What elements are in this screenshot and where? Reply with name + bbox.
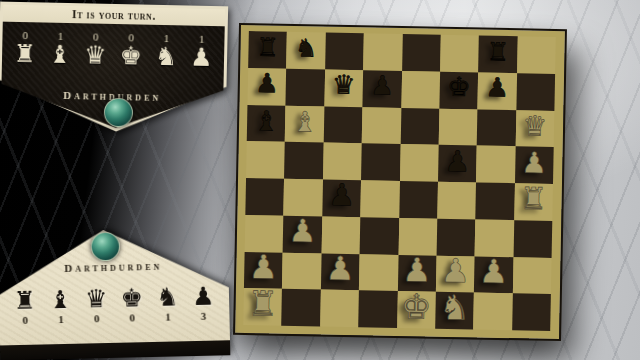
queen-icon: ♛	[85, 286, 108, 313]
square-a8[interactable]: ♜	[248, 31, 287, 68]
captured-pawn-indicator: ♟3	[188, 283, 219, 322]
square-g4[interactable]	[476, 182, 515, 219]
square-e3[interactable]	[398, 218, 437, 255]
black-pawn-d7[interactable]: ♟	[363, 73, 402, 100]
square-g5[interactable]	[476, 146, 515, 183]
square-c4[interactable]: ♟	[322, 180, 361, 217]
white-king-e1[interactable]: ♚	[397, 290, 436, 325]
knight-icon: ♞	[155, 44, 178, 70]
player-panel: Darthdurden ♜0♝1♛0♚0♞1♟3	[0, 227, 230, 360]
queen-icon: ♛	[84, 42, 107, 68]
captured-rook-count: 0	[22, 314, 28, 326]
square-f7[interactable]: ♚	[439, 71, 478, 108]
square-f4[interactable]	[437, 182, 476, 219]
square-b4[interactable]	[284, 179, 323, 216]
board-grid: ♜♞♜♟♛♟♚♟♝♝♛♟♟♟♜♟♟♟♟♟♟♜♚♞	[243, 31, 556, 331]
square-a6[interactable]: ♝	[247, 105, 286, 142]
captured-pawn-indicator: 1♟	[186, 32, 217, 71]
black-queen-c7[interactable]: ♛	[324, 72, 363, 99]
square-a4[interactable]	[245, 178, 284, 215]
rook-icon: ♜	[13, 288, 36, 315]
square-b5[interactable]	[284, 142, 323, 179]
king-icon: ♚	[120, 285, 143, 312]
captured-bishop-count: 1	[58, 313, 64, 325]
square-d5[interactable]	[361, 144, 400, 181]
white-rook-h4[interactable]: ♜	[514, 184, 553, 215]
square-h2[interactable]	[513, 257, 552, 294]
square-g3[interactable]	[475, 219, 514, 256]
captured-knight-indicator: ♞1	[152, 284, 183, 323]
white-pawn-h5[interactable]: ♟	[515, 148, 554, 178]
pawn-icon: ♟	[190, 45, 213, 71]
white-knight-f1[interactable]: ♞	[435, 291, 474, 326]
square-g2[interactable]: ♟	[474, 256, 513, 293]
square-h5[interactable]: ♟	[515, 146, 554, 183]
square-b6[interactable]: ♝	[285, 105, 324, 142]
captured-king-indicator: 0♚	[115, 31, 146, 70]
square-f6[interactable]	[439, 108, 478, 145]
square-b2[interactable]	[282, 252, 321, 289]
square-e4[interactable]	[399, 181, 438, 218]
captured-knight-indicator: 1♞	[151, 32, 182, 71]
captured-king-count: 0	[129, 311, 135, 323]
square-h3[interactable]	[513, 220, 552, 257]
black-pawn-f5[interactable]: ♟	[438, 147, 477, 177]
square-e8[interactable]	[402, 34, 441, 71]
square-f1[interactable]: ♞	[435, 292, 474, 329]
white-rook-a1[interactable]: ♜	[243, 287, 282, 322]
square-d3[interactable]	[360, 217, 399, 254]
black-pawn-g7[interactable]: ♟	[478, 75, 517, 102]
square-e7[interactable]	[401, 71, 440, 108]
white-pawn-e2[interactable]: ♟	[397, 254, 436, 288]
white-queen-h6[interactable]: ♛	[515, 112, 554, 140]
black-knight-b8[interactable]: ♞	[287, 36, 326, 62]
square-c6[interactable]	[323, 106, 362, 143]
square-c3[interactable]	[321, 216, 360, 253]
square-h4[interactable]: ♜	[514, 183, 553, 220]
square-b3[interactable]: ♟	[283, 216, 322, 253]
square-f8[interactable]	[440, 35, 479, 72]
captured-knight-count: 1	[165, 311, 171, 323]
bishop-icon: ♝	[49, 42, 72, 68]
square-c8[interactable]	[325, 33, 364, 70]
opponent-panel: It is your turn. 0♜1♝0♛0♚1♞1♟ Darthdurde…	[0, 2, 228, 137]
square-h1[interactable]	[512, 293, 551, 330]
bishop-icon: ♝	[49, 287, 72, 314]
captured-bishop-indicator: 1♝	[45, 30, 76, 69]
square-h8[interactable]	[517, 36, 556, 73]
square-d4[interactable]	[360, 180, 399, 217]
white-pawn-a2[interactable]: ♟	[244, 251, 283, 285]
king-icon: ♚	[119, 43, 142, 69]
square-g7[interactable]: ♟	[478, 72, 517, 109]
knight-icon: ♞	[156, 284, 179, 311]
square-c5[interactable]	[323, 143, 362, 180]
square-d8[interactable]	[363, 33, 402, 70]
captured-queen-indicator: ♛0	[81, 286, 112, 325]
black-pawn-c4[interactable]: ♟	[322, 180, 361, 211]
black-king-f7[interactable]: ♚	[439, 75, 478, 102]
square-c7[interactable]: ♛	[324, 69, 363, 106]
square-g1[interactable]	[473, 293, 512, 330]
captured-rook-indicator: ♜0	[10, 288, 41, 327]
white-pawn-c2[interactable]: ♟	[321, 252, 360, 286]
square-g8[interactable]: ♜	[478, 35, 517, 72]
captured-rook-indicator: 0♜	[10, 29, 41, 68]
square-b1[interactable]	[282, 289, 321, 326]
captured-queen-count: 0	[94, 312, 100, 324]
square-a3[interactable]	[245, 215, 284, 252]
square-e1[interactable]: ♚	[397, 291, 436, 328]
square-f5[interactable]: ♟	[438, 145, 477, 182]
white-pawn-f2[interactable]: ♟	[436, 255, 475, 289]
pawn-icon: ♟	[192, 284, 215, 311]
square-d6[interactable]	[362, 107, 401, 144]
captured-queen-indicator: 0♛	[80, 30, 111, 69]
square-d7[interactable]: ♟	[363, 70, 402, 107]
square-c1[interactable]	[320, 290, 359, 327]
captured-king-indicator: ♚0	[117, 285, 148, 324]
captured-bishop-indicator: ♝1	[45, 287, 76, 326]
square-a1[interactable]: ♜	[243, 288, 282, 325]
captured-pieces-row-bottom: ♜0♝1♛0♚0♞1♟3	[7, 279, 222, 330]
white-pawn-g2[interactable]: ♟	[474, 255, 513, 289]
square-h7[interactable]	[516, 73, 555, 110]
square-a5[interactable]	[246, 141, 285, 178]
black-rook-g8[interactable]: ♜	[479, 39, 518, 65]
square-a2[interactable]: ♟	[244, 252, 283, 289]
square-b7[interactable]	[286, 69, 325, 106]
square-a7[interactable]: ♟	[247, 68, 286, 105]
square-d2[interactable]	[359, 254, 398, 291]
captured-pieces-row-top: 0♜1♝0♛0♚1♞1♟	[7, 26, 220, 74]
square-b8[interactable]: ♞	[287, 32, 326, 69]
black-pawn-a7[interactable]: ♟	[248, 71, 287, 98]
black-rook-a8[interactable]: ♜	[248, 35, 287, 61]
white-pawn-b3[interactable]: ♟	[283, 216, 322, 248]
captured-pawn-count: 3	[201, 310, 207, 322]
square-e6[interactable]	[400, 108, 439, 145]
square-f3[interactable]	[436, 218, 475, 255]
square-h6[interactable]: ♛	[515, 110, 554, 147]
black-bishop-a6[interactable]: ♝	[247, 107, 286, 135]
chessboard: ♜♞♜♟♛♟♚♟♝♝♛♟♟♟♜♟♟♟♟♟♟♜♚♞	[235, 25, 565, 339]
square-e2[interactable]: ♟	[397, 254, 436, 291]
square-d1[interactable]	[358, 290, 397, 327]
square-e5[interactable]	[400, 144, 439, 181]
square-g6[interactable]	[477, 109, 516, 146]
square-c2[interactable]: ♟	[321, 253, 360, 290]
white-bishop-b6[interactable]: ♝	[285, 108, 324, 136]
rook-icon: ♜	[13, 41, 36, 67]
square-f2[interactable]: ♟	[436, 255, 475, 292]
